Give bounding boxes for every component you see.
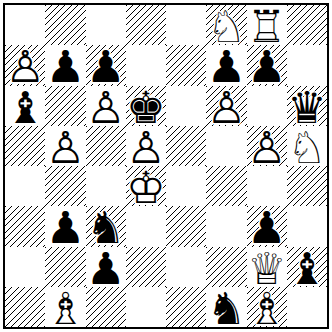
square-f5[interactable] [206,126,246,166]
piece-white-pawn-icon: ♟♙ [247,126,287,166]
square-g3[interactable]: ♟ [247,206,287,246]
piece-fill-glyph: ♞ [86,206,125,250]
piece-fill-glyph: ♟ [46,206,85,250]
square-d8[interactable] [126,5,166,45]
piece-white-pawn-icon: ♟♙ [206,86,246,126]
square-e6[interactable] [166,86,206,126]
piece-black-bishop-icon: ♝ [5,86,45,126]
piece-black-pawn-icon: ♟ [206,45,246,85]
piece-fill-glyph: ♟ [247,206,286,250]
square-b8[interactable] [45,5,85,45]
square-d1[interactable] [126,287,166,327]
square-e8[interactable] [166,5,206,45]
square-a3[interactable] [5,206,45,246]
square-a5[interactable] [5,126,45,166]
square-f3[interactable] [206,206,246,246]
square-e2[interactable] [166,247,206,287]
square-b6[interactable] [45,86,85,126]
piece-black-queen-icon: ♛ [287,86,327,126]
piece-fill-glyph: ♟ [207,86,246,130]
chess-board: ♞♘♜♖♟♙♟♟♟♟♝♟♙♚♟♙♛♟♙♟♙♟♙♞♘♚♔♟♞♟♟♛♕♝♝♗♞♝♗ [5,5,327,327]
piece-outline-glyph: ♙ [126,126,165,170]
square-d4[interactable]: ♚♔ [126,166,166,206]
square-c3[interactable]: ♞ [86,206,126,246]
piece-fill-glyph: ♟ [126,126,165,170]
square-e3[interactable] [166,206,206,246]
piece-outline-glyph: ♙ [247,126,286,170]
square-e1[interactable] [166,287,206,327]
square-f6[interactable]: ♟♙ [206,86,246,126]
piece-white-bishop-icon: ♝♗ [247,287,287,327]
piece-black-pawn-icon: ♟ [45,45,85,85]
piece-fill-glyph: ♝ [5,86,44,130]
square-a7[interactable]: ♟♙ [5,45,45,85]
piece-fill-glyph: ♚ [126,166,165,210]
piece-outline-glyph: ♙ [86,86,125,130]
piece-white-rook-icon: ♜♖ [247,5,287,45]
square-f7[interactable]: ♟ [206,45,246,85]
piece-black-pawn-icon: ♟ [86,247,126,287]
square-f2[interactable] [206,247,246,287]
square-c2[interactable]: ♟ [86,247,126,287]
square-a4[interactable] [5,166,45,206]
piece-fill-glyph: ♟ [86,247,125,291]
piece-fill-glyph: ♟ [86,86,125,130]
piece-black-pawn-icon: ♟ [247,45,287,85]
square-e7[interactable] [166,45,206,85]
piece-black-pawn-icon: ♟ [86,45,126,85]
square-a6[interactable]: ♝ [5,86,45,126]
piece-fill-glyph: ♚ [126,86,165,130]
square-g5[interactable]: ♟♙ [247,126,287,166]
piece-black-knight-icon: ♞ [86,206,126,246]
square-f1[interactable]: ♞ [206,287,246,327]
square-c8[interactable] [86,5,126,45]
piece-white-knight-icon: ♞♘ [287,126,327,166]
piece-white-pawn-icon: ♟♙ [126,126,166,166]
square-d7[interactable] [126,45,166,85]
piece-outline-glyph: ♙ [46,126,85,170]
piece-outline-glyph: ♔ [126,166,165,210]
square-g8[interactable]: ♜♖ [247,5,287,45]
square-e5[interactable] [166,126,206,166]
square-b3[interactable]: ♟ [45,206,85,246]
piece-fill-glyph: ♞ [207,287,246,331]
square-d6[interactable]: ♚ [126,86,166,126]
piece-outline-glyph: ♖ [247,5,286,49]
piece-white-pawn-icon: ♟♙ [45,126,85,166]
piece-outline-glyph: ♘ [207,5,246,49]
piece-fill-glyph: ♝ [247,287,286,331]
piece-black-bishop-icon: ♝ [287,247,327,287]
square-d3[interactable] [126,206,166,246]
square-f8[interactable]: ♞♘ [206,5,246,45]
piece-black-king-icon: ♚ [126,86,166,126]
piece-fill-glyph: ♟ [5,45,44,89]
piece-outline-glyph: ♘ [287,126,326,170]
square-g6[interactable] [247,86,287,126]
square-h2[interactable]: ♝ [287,247,327,287]
piece-outline-glyph: ♗ [247,287,286,331]
square-d5[interactable]: ♟♙ [126,126,166,166]
square-h3[interactable] [287,206,327,246]
square-e4[interactable] [166,166,206,206]
piece-white-king-icon: ♚♔ [126,166,166,206]
piece-white-knight-icon: ♞♘ [206,5,246,45]
piece-fill-glyph: ♟ [247,45,286,89]
square-a1[interactable] [5,287,45,327]
square-c5[interactable] [86,126,126,166]
piece-fill-glyph: ♝ [287,247,326,291]
piece-white-bishop-icon: ♝♗ [45,287,85,327]
board-frame: ♞♘♜♖♟♙♟♟♟♟♝♟♙♚♟♙♛♟♙♟♙♟♙♞♘♚♔♟♞♟♟♛♕♝♝♗♞♝♗ [3,3,329,329]
square-a8[interactable] [5,5,45,45]
square-c6[interactable]: ♟♙ [86,86,126,126]
piece-black-pawn-icon: ♟ [45,206,85,246]
square-g2[interactable]: ♛♕ [247,247,287,287]
square-b5[interactable]: ♟♙ [45,126,85,166]
piece-black-knight-icon: ♞ [206,287,246,327]
piece-fill-glyph: ♟ [86,45,125,89]
square-h6[interactable]: ♛ [287,86,327,126]
piece-outline-glyph: ♕ [247,247,286,291]
square-c7[interactable]: ♟ [86,45,126,85]
square-g7[interactable]: ♟ [247,45,287,85]
piece-white-queen-icon: ♛♕ [247,247,287,287]
piece-white-pawn-icon: ♟♙ [86,86,126,126]
piece-outline-glyph: ♗ [46,287,85,331]
piece-fill-glyph: ♟ [207,45,246,89]
square-h8[interactable] [287,5,327,45]
square-h5[interactable]: ♞♘ [287,126,327,166]
square-a2[interactable] [5,247,45,287]
square-h7[interactable] [287,45,327,85]
square-h4[interactable] [287,166,327,206]
square-b4[interactable] [45,166,85,206]
piece-fill-glyph: ♞ [287,126,326,170]
piece-fill-glyph: ♛ [247,247,286,291]
square-c1[interactable] [86,287,126,327]
piece-fill-glyph: ♛ [287,86,326,130]
piece-fill-glyph: ♜ [247,5,286,49]
piece-white-pawn-icon: ♟♙ [5,45,45,85]
square-d2[interactable] [126,247,166,287]
square-b7[interactable]: ♟ [45,45,85,85]
piece-fill-glyph: ♝ [46,287,85,331]
square-f4[interactable] [206,166,246,206]
piece-outline-glyph: ♙ [207,86,246,130]
piece-outline-glyph: ♙ [5,45,44,89]
piece-fill-glyph: ♞ [207,5,246,49]
square-c4[interactable] [86,166,126,206]
piece-fill-glyph: ♟ [247,126,286,170]
square-g4[interactable] [247,166,287,206]
square-b1[interactable]: ♝♗ [45,287,85,327]
square-b2[interactable] [45,247,85,287]
square-g1[interactable]: ♝♗ [247,287,287,327]
piece-black-pawn-icon: ♟ [247,206,287,246]
piece-fill-glyph: ♟ [46,126,85,170]
square-h1[interactable] [287,287,327,327]
piece-fill-glyph: ♟ [46,45,85,89]
